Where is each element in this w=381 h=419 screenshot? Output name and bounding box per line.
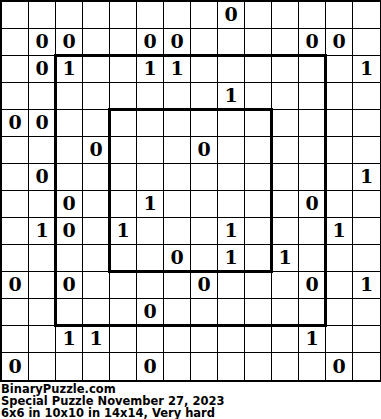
cell-r10c13: 1 <box>353 272 380 299</box>
cell-r6c2[interactable] <box>56 164 83 191</box>
cell-r1c2: 0 <box>56 29 83 56</box>
cell-r7c12[interactable] <box>326 191 353 218</box>
puzzle-board: 0000000011111000001010101110110000101110… <box>0 0 381 382</box>
cell-r6c4[interactable] <box>110 164 137 191</box>
cell-r3c8: 1 <box>218 83 245 110</box>
cell-r7c10[interactable] <box>272 191 299 218</box>
cell-r7c0[interactable] <box>2 191 29 218</box>
cell-r11c10[interactable] <box>272 299 299 326</box>
cell-r5c13[interactable] <box>353 137 380 164</box>
cell-r8c5[interactable] <box>137 218 164 245</box>
cell-r9c5[interactable] <box>137 245 164 272</box>
cell-grid: 0000000011111000001010101110110000101110… <box>2 2 380 380</box>
cell-r5c5[interactable] <box>137 137 164 164</box>
cell-r9c1[interactable] <box>29 245 56 272</box>
cell-r5c0[interactable] <box>2 137 29 164</box>
cell-r6c11[interactable] <box>299 164 326 191</box>
cell-r5c10[interactable] <box>272 137 299 164</box>
cell-r4c12[interactable] <box>326 110 353 137</box>
cell-r12c3: 1 <box>83 326 110 353</box>
cell-r3c7[interactable] <box>191 83 218 110</box>
cell-r1c11: 0 <box>299 29 326 56</box>
cell-r2c2: 1 <box>56 56 83 83</box>
cell-r7c5: 1 <box>137 191 164 218</box>
cell-r3c3[interactable] <box>83 83 110 110</box>
cell-r11c6[interactable] <box>164 299 191 326</box>
cell-r1c0[interactable] <box>2 29 29 56</box>
cell-r0c5[interactable] <box>137 2 164 29</box>
cell-r10c0: 0 <box>2 272 29 299</box>
cell-r13c6[interactable] <box>164 353 191 380</box>
cell-r2c0[interactable] <box>2 56 29 83</box>
cell-r6c6[interactable] <box>164 164 191 191</box>
cell-r4c6[interactable] <box>164 110 191 137</box>
cell-r11c9[interactable] <box>245 299 272 326</box>
cell-r12c6[interactable] <box>164 326 191 353</box>
cell-r2c12[interactable] <box>326 56 353 83</box>
cell-r4c5[interactable] <box>137 110 164 137</box>
puzzle-spec: 6x6 in 10x10 in 14x14, Very hard <box>1 407 381 419</box>
cell-r6c13: 1 <box>353 164 380 191</box>
cell-r10c7: 0 <box>191 272 218 299</box>
cell-r11c2[interactable] <box>56 299 83 326</box>
cell-r5c3: 0 <box>83 137 110 164</box>
cell-r8c12: 1 <box>326 218 353 245</box>
cell-r10c12[interactable] <box>326 272 353 299</box>
cell-r4c13[interactable] <box>353 110 380 137</box>
cell-r10c6[interactable] <box>164 272 191 299</box>
cell-r9c8: 1 <box>218 245 245 272</box>
cell-r5c11[interactable] <box>299 137 326 164</box>
cell-r6c9[interactable] <box>245 164 272 191</box>
cell-r11c11[interactable] <box>299 299 326 326</box>
cell-r11c3[interactable] <box>83 299 110 326</box>
cell-r6c8[interactable] <box>218 164 245 191</box>
cell-r13c7[interactable] <box>191 353 218 380</box>
cell-r9c13[interactable] <box>353 245 380 272</box>
cell-r12c10[interactable] <box>272 326 299 353</box>
cell-r13c5: 0 <box>137 353 164 380</box>
cell-r13c4[interactable] <box>110 353 137 380</box>
cell-r13c13[interactable] <box>353 353 380 380</box>
cell-r10c11: 0 <box>299 272 326 299</box>
cell-r6c3[interactable] <box>83 164 110 191</box>
cell-r10c8[interactable] <box>218 272 245 299</box>
cell-r7c1[interactable] <box>29 191 56 218</box>
cell-r2c10[interactable] <box>272 56 299 83</box>
cell-r2c6: 1 <box>164 56 191 83</box>
cell-r9c4[interactable] <box>110 245 137 272</box>
cell-r1c10[interactable] <box>272 29 299 56</box>
cell-r8c13[interactable] <box>353 218 380 245</box>
cell-r7c3[interactable] <box>83 191 110 218</box>
cell-r1c4[interactable] <box>110 29 137 56</box>
cell-r2c3[interactable] <box>83 56 110 83</box>
cell-r7c4[interactable] <box>110 191 137 218</box>
cell-r0c1[interactable] <box>29 2 56 29</box>
footer: BinaryPuzzle.com Special Puzzle November… <box>0 382 381 419</box>
cell-r2c8[interactable] <box>218 56 245 83</box>
cell-r3c9[interactable] <box>245 83 272 110</box>
cell-r13c12: 0 <box>326 353 353 380</box>
cell-r10c9[interactable] <box>245 272 272 299</box>
cell-r5c1[interactable] <box>29 137 56 164</box>
cell-r0c13[interactable] <box>353 2 380 29</box>
cell-r12c11: 1 <box>299 326 326 353</box>
cell-r0c11[interactable] <box>299 2 326 29</box>
cell-r12c8[interactable] <box>218 326 245 353</box>
cell-r7c11: 0 <box>299 191 326 218</box>
cell-r8c6[interactable] <box>164 218 191 245</box>
cell-r5c2[interactable] <box>56 137 83 164</box>
cell-r0c7[interactable] <box>191 2 218 29</box>
cell-r10c2: 0 <box>56 272 83 299</box>
cell-r5c4[interactable] <box>110 137 137 164</box>
cell-r4c7[interactable] <box>191 110 218 137</box>
cell-r2c1: 0 <box>29 56 56 83</box>
cell-r13c2[interactable] <box>56 353 83 380</box>
cell-r6c10[interactable] <box>272 164 299 191</box>
cell-r6c12[interactable] <box>326 164 353 191</box>
cell-r12c12[interactable] <box>326 326 353 353</box>
cell-r11c0[interactable] <box>2 299 29 326</box>
puzzle-page: 0000000011111000001010101110110000101110… <box>0 0 381 419</box>
cell-r6c1: 0 <box>29 164 56 191</box>
cell-r1c9[interactable] <box>245 29 272 56</box>
cell-r4c8[interactable] <box>218 110 245 137</box>
cell-r11c1[interactable] <box>29 299 56 326</box>
cell-r3c10[interactable] <box>272 83 299 110</box>
cell-r8c2: 0 <box>56 218 83 245</box>
cell-r4c11[interactable] <box>299 110 326 137</box>
cell-r8c3[interactable] <box>83 218 110 245</box>
cell-r13c9[interactable] <box>245 353 272 380</box>
cell-r4c2[interactable] <box>56 110 83 137</box>
cell-r1c3[interactable] <box>83 29 110 56</box>
cell-r3c2[interactable] <box>56 83 83 110</box>
cell-r8c8: 1 <box>218 218 245 245</box>
cell-r3c6[interactable] <box>164 83 191 110</box>
cell-r13c0: 0 <box>2 353 29 380</box>
cell-r10c4[interactable] <box>110 272 137 299</box>
cell-r8c9[interactable] <box>245 218 272 245</box>
cell-r9c6: 0 <box>164 245 191 272</box>
cell-r5c12[interactable] <box>326 137 353 164</box>
cell-r13c10[interactable] <box>272 353 299 380</box>
cell-r8c1: 1 <box>29 218 56 245</box>
cell-r7c7[interactable] <box>191 191 218 218</box>
cell-r0c3[interactable] <box>83 2 110 29</box>
cell-r9c0[interactable] <box>2 245 29 272</box>
cell-r3c13[interactable] <box>353 83 380 110</box>
cell-r9c3[interactable] <box>83 245 110 272</box>
cell-r9c11[interactable] <box>299 245 326 272</box>
cell-r12c7[interactable] <box>191 326 218 353</box>
cell-r2c4[interactable] <box>110 56 137 83</box>
cell-r8c10[interactable] <box>272 218 299 245</box>
cell-r5c9[interactable] <box>245 137 272 164</box>
cell-r13c3[interactable] <box>83 353 110 380</box>
cell-r1c5: 0 <box>137 29 164 56</box>
cell-r0c10[interactable] <box>272 2 299 29</box>
cell-r12c1[interactable] <box>29 326 56 353</box>
cell-r9c9[interactable] <box>245 245 272 272</box>
cell-r2c11[interactable] <box>299 56 326 83</box>
cell-r7c6[interactable] <box>164 191 191 218</box>
cell-r13c1[interactable] <box>29 353 56 380</box>
cell-r2c9[interactable] <box>245 56 272 83</box>
cell-r11c5: 0 <box>137 299 164 326</box>
cell-r5c8[interactable] <box>218 137 245 164</box>
cell-r9c12[interactable] <box>326 245 353 272</box>
cell-r13c8[interactable] <box>218 353 245 380</box>
cell-r4c9[interactable] <box>245 110 272 137</box>
cell-r6c5[interactable] <box>137 164 164 191</box>
cell-r6c0[interactable] <box>2 164 29 191</box>
cell-r7c13[interactable] <box>353 191 380 218</box>
cell-r4c1: 0 <box>29 110 56 137</box>
cell-r1c8[interactable] <box>218 29 245 56</box>
cell-r9c10: 1 <box>272 245 299 272</box>
cell-r12c13[interactable] <box>353 326 380 353</box>
cell-r10c5[interactable] <box>137 272 164 299</box>
cell-r12c0[interactable] <box>2 326 29 353</box>
cell-r2c7[interactable] <box>191 56 218 83</box>
cell-r2c5: 1 <box>137 56 164 83</box>
cell-r11c13[interactable] <box>353 299 380 326</box>
cell-r9c2[interactable] <box>56 245 83 272</box>
cell-r8c11[interactable] <box>299 218 326 245</box>
cell-r6c7[interactable] <box>191 164 218 191</box>
cell-r0c8: 0 <box>218 2 245 29</box>
cell-r0c12[interactable] <box>326 2 353 29</box>
cell-r1c7[interactable] <box>191 29 218 56</box>
cell-r5c6[interactable] <box>164 137 191 164</box>
cell-r3c11[interactable] <box>299 83 326 110</box>
cell-r8c7[interactable] <box>191 218 218 245</box>
cell-r7c2: 0 <box>56 191 83 218</box>
cell-r7c8[interactable] <box>218 191 245 218</box>
cell-r10c10[interactable] <box>272 272 299 299</box>
cell-r0c6[interactable] <box>164 2 191 29</box>
cell-r3c12[interactable] <box>326 83 353 110</box>
cell-r0c2[interactable] <box>56 2 83 29</box>
cell-r11c4[interactable] <box>110 299 137 326</box>
cell-r1c6: 0 <box>164 29 191 56</box>
cell-r4c0: 0 <box>2 110 29 137</box>
cell-r0c9[interactable] <box>245 2 272 29</box>
cell-r12c5[interactable] <box>137 326 164 353</box>
cell-r2c13: 1 <box>353 56 380 83</box>
cell-r12c9[interactable] <box>245 326 272 353</box>
cell-r1c12: 0 <box>326 29 353 56</box>
cell-r4c3[interactable] <box>83 110 110 137</box>
cell-r4c10[interactable] <box>272 110 299 137</box>
cell-r11c8[interactable] <box>218 299 245 326</box>
cell-r1c13[interactable] <box>353 29 380 56</box>
cell-r13c11[interactable] <box>299 353 326 380</box>
cell-r3c0[interactable] <box>2 83 29 110</box>
cell-r10c1[interactable] <box>29 272 56 299</box>
cell-r1c1: 0 <box>29 29 56 56</box>
cell-r11c7[interactable] <box>191 299 218 326</box>
cell-r0c4[interactable] <box>110 2 137 29</box>
cell-r5c7: 0 <box>191 137 218 164</box>
cell-r9c7[interactable] <box>191 245 218 272</box>
cell-r3c5[interactable] <box>137 83 164 110</box>
cell-r3c1[interactable] <box>29 83 56 110</box>
cell-r7c9[interactable] <box>245 191 272 218</box>
cell-r12c4[interactable] <box>110 326 137 353</box>
cell-r10c3[interactable] <box>83 272 110 299</box>
cell-r11c12[interactable] <box>326 299 353 326</box>
cell-r0c0[interactable] <box>2 2 29 29</box>
cell-r8c4: 1 <box>110 218 137 245</box>
cell-r8c0[interactable] <box>2 218 29 245</box>
cell-r3c4[interactable] <box>110 83 137 110</box>
cell-r12c2: 1 <box>56 326 83 353</box>
cell-r4c4[interactable] <box>110 110 137 137</box>
